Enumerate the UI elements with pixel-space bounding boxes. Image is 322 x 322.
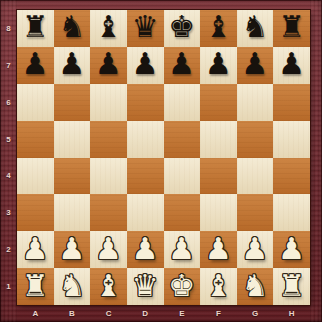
square-a2[interactable]: ♟ <box>17 231 54 268</box>
square-b3[interactable] <box>54 194 91 231</box>
square-c5[interactable] <box>90 121 127 158</box>
square-g8[interactable]: ♞ <box>237 10 274 47</box>
square-g1[interactable]: ♞ <box>237 268 274 305</box>
square-h3[interactable] <box>273 194 310 231</box>
square-d4[interactable] <box>127 158 164 195</box>
square-e1[interactable]: ♚ <box>164 268 201 305</box>
file-label-d: D <box>127 305 164 322</box>
square-e6[interactable] <box>164 84 201 121</box>
square-c1[interactable]: ♝ <box>90 268 127 305</box>
piece-white-king[interactable]: ♚ <box>168 271 195 301</box>
square-a1[interactable]: ♜ <box>17 268 54 305</box>
frame-right-edge <box>310 0 322 322</box>
square-e7[interactable]: ♟ <box>164 47 201 84</box>
piece-white-pawn[interactable]: ♟ <box>242 234 269 264</box>
piece-black-rook[interactable]: ♜ <box>22 12 49 42</box>
piece-white-queen[interactable]: ♛ <box>132 271 159 301</box>
square-f5[interactable] <box>200 121 237 158</box>
piece-white-pawn[interactable]: ♟ <box>168 234 195 264</box>
square-g4[interactable] <box>237 158 274 195</box>
square-d2[interactable]: ♟ <box>127 231 164 268</box>
file-label-b: B <box>54 305 91 322</box>
square-b5[interactable] <box>54 121 91 158</box>
square-f2[interactable]: ♟ <box>200 231 237 268</box>
rank-label-8: 8 <box>0 10 17 47</box>
square-g3[interactable] <box>237 194 274 231</box>
piece-black-bishop[interactable]: ♝ <box>205 12 232 42</box>
piece-black-pawn[interactable]: ♟ <box>132 49 159 79</box>
square-a8[interactable]: ♜ <box>17 10 54 47</box>
square-d3[interactable] <box>127 194 164 231</box>
square-b7[interactable]: ♟ <box>54 47 91 84</box>
piece-white-rook[interactable]: ♜ <box>22 271 49 301</box>
piece-black-queen[interactable]: ♛ <box>132 12 159 42</box>
piece-black-pawn[interactable]: ♟ <box>242 49 269 79</box>
piece-white-pawn[interactable]: ♟ <box>205 234 232 264</box>
square-d6[interactable] <box>127 84 164 121</box>
rank-label-1: 1 <box>0 268 17 305</box>
piece-black-knight[interactable]: ♞ <box>242 12 269 42</box>
square-d5[interactable] <box>127 121 164 158</box>
square-a7[interactable]: ♟ <box>17 47 54 84</box>
board-frame: ♜♞♝♛♚♝♞♜♟♟♟♟♟♟♟♟♟♟♟♟♟♟♟♟♜♞♝♛♚♝♞♜ 8765432… <box>0 0 322 322</box>
rank-label-7: 7 <box>0 47 17 84</box>
file-label-f: F <box>200 305 237 322</box>
square-e5[interactable] <box>164 121 201 158</box>
square-a4[interactable] <box>17 158 54 195</box>
square-f4[interactable] <box>200 158 237 195</box>
file-label-c: C <box>90 305 127 322</box>
square-b6[interactable] <box>54 84 91 121</box>
piece-white-rook[interactable]: ♜ <box>278 271 305 301</box>
square-g2[interactable]: ♟ <box>237 231 274 268</box>
square-g5[interactable] <box>237 121 274 158</box>
piece-black-pawn[interactable]: ♟ <box>168 49 195 79</box>
rank-label-6: 6 <box>0 84 17 121</box>
square-c2[interactable]: ♟ <box>90 231 127 268</box>
rank-label-5: 5 <box>0 121 17 158</box>
square-h8[interactable]: ♜ <box>273 10 310 47</box>
piece-white-bishop[interactable]: ♝ <box>95 271 122 301</box>
piece-black-pawn[interactable]: ♟ <box>58 49 85 79</box>
square-h6[interactable] <box>273 84 310 121</box>
square-f8[interactable]: ♝ <box>200 10 237 47</box>
piece-black-pawn[interactable]: ♟ <box>22 49 49 79</box>
square-c7[interactable]: ♟ <box>90 47 127 84</box>
square-c4[interactable] <box>90 158 127 195</box>
square-d8[interactable]: ♛ <box>127 10 164 47</box>
piece-black-bishop[interactable]: ♝ <box>95 12 122 42</box>
rank-label-3: 3 <box>0 194 17 231</box>
square-b4[interactable] <box>54 158 91 195</box>
file-label-h: H <box>273 305 310 322</box>
rank-label-4: 4 <box>0 158 17 195</box>
square-h1[interactable]: ♜ <box>273 268 310 305</box>
piece-white-knight[interactable]: ♞ <box>58 271 85 301</box>
chess-board: ♜♞♝♛♚♝♞♜♟♟♟♟♟♟♟♟♟♟♟♟♟♟♟♟♜♞♝♛♚♝♞♜ <box>17 10 310 305</box>
piece-black-rook[interactable]: ♜ <box>278 12 305 42</box>
square-h2[interactable]: ♟ <box>273 231 310 268</box>
piece-white-bishop[interactable]: ♝ <box>205 271 232 301</box>
square-a5[interactable] <box>17 121 54 158</box>
piece-white-pawn[interactable]: ♟ <box>278 234 305 264</box>
file-label-e: E <box>164 305 201 322</box>
square-d7[interactable]: ♟ <box>127 47 164 84</box>
square-g7[interactable]: ♟ <box>237 47 274 84</box>
square-h7[interactable]: ♟ <box>273 47 310 84</box>
square-h5[interactable] <box>273 121 310 158</box>
piece-black-knight[interactable]: ♞ <box>58 12 85 42</box>
piece-black-pawn[interactable]: ♟ <box>278 49 305 79</box>
piece-black-king[interactable]: ♚ <box>168 12 195 42</box>
square-c6[interactable] <box>90 84 127 121</box>
square-a6[interactable] <box>17 84 54 121</box>
square-e2[interactable]: ♟ <box>164 231 201 268</box>
square-f1[interactable]: ♝ <box>200 268 237 305</box>
square-e3[interactable] <box>164 194 201 231</box>
square-b1[interactable]: ♞ <box>54 268 91 305</box>
square-e8[interactable]: ♚ <box>164 10 201 47</box>
square-c3[interactable] <box>90 194 127 231</box>
square-f6[interactable] <box>200 84 237 121</box>
square-f3[interactable] <box>200 194 237 231</box>
square-e4[interactable] <box>164 158 201 195</box>
rank-label-2: 2 <box>0 231 17 268</box>
piece-white-pawn[interactable]: ♟ <box>132 234 159 264</box>
square-d1[interactable]: ♛ <box>127 268 164 305</box>
piece-black-pawn[interactable]: ♟ <box>95 49 122 79</box>
square-b8[interactable]: ♞ <box>54 10 91 47</box>
square-a3[interactable] <box>17 194 54 231</box>
square-b2[interactable]: ♟ <box>54 231 91 268</box>
piece-black-pawn[interactable]: ♟ <box>205 49 232 79</box>
square-c8[interactable]: ♝ <box>90 10 127 47</box>
piece-white-pawn[interactable]: ♟ <box>95 234 122 264</box>
file-label-g: G <box>237 305 274 322</box>
square-f7[interactable]: ♟ <box>200 47 237 84</box>
piece-white-pawn[interactable]: ♟ <box>22 234 49 264</box>
square-h4[interactable] <box>273 158 310 195</box>
piece-white-pawn[interactable]: ♟ <box>58 234 85 264</box>
file-label-a: A <box>17 305 54 322</box>
piece-white-knight[interactable]: ♞ <box>242 271 269 301</box>
square-g6[interactable] <box>237 84 274 121</box>
